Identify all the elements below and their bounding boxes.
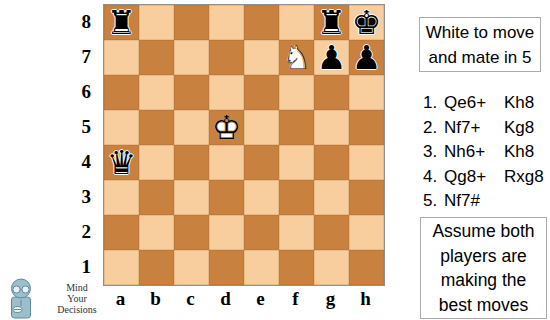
square-h7: ♟	[349, 40, 384, 75]
note-line-4: best moves	[439, 293, 528, 318]
square-c2	[174, 215, 209, 250]
logo-line-1: Mind	[51, 282, 103, 293]
square-f3	[279, 180, 314, 215]
square-c1	[174, 250, 209, 285]
square-e7	[244, 40, 279, 75]
square-b6	[139, 75, 174, 110]
square-e1	[244, 250, 279, 285]
assumption-note-box: Assume both players are making the best …	[420, 217, 547, 319]
square-f2	[279, 215, 314, 250]
rank-label-3: 3	[72, 179, 98, 214]
square-b1	[139, 250, 174, 285]
black-queen-piece: ♛	[104, 145, 139, 180]
square-e5	[244, 110, 279, 145]
square-g1	[314, 250, 349, 285]
file-label-a: a	[103, 287, 138, 311]
square-b8	[139, 5, 174, 40]
rank-label-4: 4	[72, 144, 98, 179]
move-number: 4.	[423, 165, 444, 190]
square-g8: ♜	[314, 5, 349, 40]
square-d4	[209, 145, 244, 180]
square-d7	[209, 40, 244, 75]
square-f8	[279, 5, 314, 40]
square-e8	[244, 5, 279, 40]
square-d6	[209, 75, 244, 110]
rank-label-6: 6	[72, 74, 98, 109]
square-f5	[279, 110, 314, 145]
white-king-piece-outline: ♔	[209, 110, 244, 145]
square-e2	[244, 215, 279, 250]
square-d3	[209, 180, 244, 215]
file-label-f: f	[278, 287, 313, 311]
square-f1	[279, 250, 314, 285]
white-move: Qg8+	[444, 165, 504, 190]
white-move: Nf7+	[444, 116, 504, 141]
white-move: Nh6+	[444, 140, 504, 165]
square-d2	[209, 215, 244, 250]
square-f4	[279, 145, 314, 180]
square-a8: ♜	[104, 5, 139, 40]
move-row-1: 1.Qe6+Kh8	[423, 91, 548, 116]
square-a7	[104, 40, 139, 75]
square-h3	[349, 180, 384, 215]
square-a1	[104, 250, 139, 285]
square-f6	[279, 75, 314, 110]
black-pawn-piece: ♟	[349, 40, 384, 75]
file-label-g: g	[313, 287, 348, 311]
black-move	[504, 189, 548, 214]
black-move: Rxg8	[504, 165, 548, 190]
square-b2	[139, 215, 174, 250]
white-knight-piece-outline: ♘	[279, 40, 314, 75]
rank-labels: 87654321	[72, 4, 98, 284]
square-a6	[104, 75, 139, 110]
logo-line-2: Your	[51, 293, 103, 304]
note-line-1: Assume both	[432, 219, 534, 244]
black-move: Kg8	[504, 116, 548, 141]
square-b3	[139, 180, 174, 215]
square-d8	[209, 5, 244, 40]
square-b7	[139, 40, 174, 75]
white-knight-piece: ♞	[279, 40, 314, 75]
move-row-3: 3.Nh6+Kh8	[423, 140, 548, 165]
square-a2	[104, 215, 139, 250]
black-rook-piece: ♜	[104, 5, 139, 40]
rank-label-2: 2	[72, 214, 98, 249]
black-move: Kh8	[504, 91, 548, 116]
file-label-b: b	[138, 287, 173, 311]
square-h6	[349, 75, 384, 110]
move-row-2: 2.Nf7+Kg8	[423, 116, 548, 141]
square-e4	[244, 145, 279, 180]
square-g6	[314, 75, 349, 110]
logo-line-3: Decisions	[51, 304, 103, 315]
square-c7	[174, 40, 209, 75]
square-d5: ♚♔	[209, 110, 244, 145]
black-king-piece: ♚	[349, 5, 384, 40]
thinker-icon	[8, 278, 34, 319]
square-b5	[139, 110, 174, 145]
square-e6	[244, 75, 279, 110]
square-a3	[104, 180, 139, 215]
puzzle-title-box: White to move and mate in 5	[419, 17, 541, 72]
square-c8	[174, 5, 209, 40]
move-number: 1.	[423, 91, 444, 116]
puzzle-title-line-2: and mate in 5	[428, 45, 531, 70]
rank-label-8: 8	[72, 4, 98, 39]
rank-label-5: 5	[72, 109, 98, 144]
square-h1	[349, 250, 384, 285]
note-line-3: making the	[441, 268, 527, 293]
mind-your-decisions-logo: Mind Your Decisions	[8, 278, 103, 319]
black-rook-piece: ♜	[314, 5, 349, 40]
black-pawn-piece: ♟	[314, 40, 349, 75]
square-g3	[314, 180, 349, 215]
puzzle-title-line-1: White to move	[426, 20, 535, 45]
square-g5	[314, 110, 349, 145]
black-move: Kh8	[504, 140, 548, 165]
square-a5	[104, 110, 139, 145]
rank-label-7: 7	[72, 39, 98, 74]
file-label-e: e	[243, 287, 278, 311]
square-h4	[349, 145, 384, 180]
solution-moves: 1.Qe6+Kh82.Nf7+Kg83.Nh6+Kh84.Qg8+Rxg85.N…	[423, 91, 548, 214]
move-row-4: 4.Qg8+Rxg8	[423, 165, 548, 190]
file-label-h: h	[348, 287, 383, 311]
logo-text: Mind Your Decisions	[51, 278, 103, 315]
move-number: 5.	[423, 189, 444, 214]
white-move: Nf7#	[444, 189, 504, 214]
square-h5	[349, 110, 384, 145]
square-c6	[174, 75, 209, 110]
square-g4	[314, 145, 349, 180]
square-e3	[244, 180, 279, 215]
move-row-5: 5.Nf7#	[423, 189, 548, 214]
puzzle-slide: 87654321 ♜♜♚♞♘♟♟♚♔♛ abcdefgh White to mo…	[0, 0, 550, 320]
square-g7: ♟	[314, 40, 349, 75]
note-line-2: players are	[440, 244, 527, 269]
file-labels: abcdefgh	[103, 287, 383, 311]
square-c3	[174, 180, 209, 215]
square-c4	[174, 145, 209, 180]
square-b4	[139, 145, 174, 180]
square-h8: ♚	[349, 5, 384, 40]
square-h2	[349, 215, 384, 250]
square-f7: ♞♘	[279, 40, 314, 75]
square-d1	[209, 250, 244, 285]
square-c5	[174, 110, 209, 145]
white-move: Qe6+	[444, 91, 504, 116]
square-g2	[314, 215, 349, 250]
move-number: 2.	[423, 116, 444, 141]
white-king-piece: ♚	[209, 110, 244, 145]
file-label-c: c	[173, 287, 208, 311]
square-a4: ♛	[104, 145, 139, 180]
file-label-d: d	[208, 287, 243, 311]
move-number: 3.	[423, 140, 444, 165]
chess-board: ♜♜♚♞♘♟♟♚♔♛	[103, 4, 385, 286]
